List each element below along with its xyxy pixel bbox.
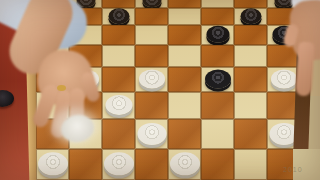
square-d8 [135,0,168,8]
square-d7 [135,8,168,25]
square-d5 [135,45,168,67]
square-b1 [69,149,102,180]
table-surface-right [309,96,320,156]
white-piece [170,152,200,175]
square-c7 [102,8,135,25]
black-piece [206,26,229,43]
white-piece [139,70,165,89]
white-piece [137,122,166,144]
timestamp-watermark: 2010 [283,166,303,173]
square-e2 [168,119,201,149]
right-index-finger [295,42,315,97]
square-e1 [168,149,201,180]
square-f8 [201,0,234,8]
square-f5 [201,45,234,67]
square-e3 [168,92,201,119]
square-f6 [201,25,234,45]
square-e4 [168,67,201,92]
square-d6 [135,25,168,45]
square-c1 [102,149,135,180]
square-a1 [36,149,69,180]
square-c8 [102,0,135,8]
white-piece [104,152,134,175]
black-piece [142,0,161,8]
black-piece [108,8,129,24]
square-g5 [234,45,267,67]
square-f4 [201,67,234,92]
black-piece [240,8,261,24]
square-g8 [234,0,267,8]
white-piece [38,152,68,175]
square-g2 [234,119,267,149]
square-e8 [168,0,201,8]
square-f1 [201,149,234,180]
square-g3 [234,92,267,119]
square-d1 [135,149,168,180]
square-d3 [135,92,168,119]
black-piece [205,70,231,89]
square-c4 [102,67,135,92]
square-c5 [102,45,135,67]
square-g7 [234,8,267,25]
square-e6 [168,25,201,45]
square-f7 [201,8,234,25]
white-piece [271,70,297,89]
checkers-photo: 2010 [0,0,320,180]
gold-ring [57,85,66,91]
square-g1 [234,149,267,180]
square-g4 [234,67,267,92]
square-f2 [201,119,234,149]
square-c2 [102,119,135,149]
square-d4 [135,67,168,92]
square-e5 [168,45,201,67]
square-f3 [201,92,234,119]
square-d2 [135,119,168,149]
square-c6 [102,25,135,45]
square-c3 [102,92,135,119]
white-piece [105,95,132,115]
square-g6 [234,25,267,45]
square-e7 [168,8,201,25]
table-surface-bottom-right [293,149,320,180]
